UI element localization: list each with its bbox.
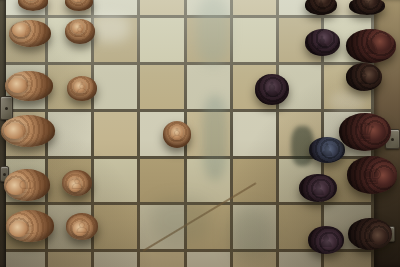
piece-black-queen-d8[interactable]: ♛ — [339, 113, 391, 151]
piece-top-knob — [322, 144, 337, 157]
stain-patch — [150, 198, 212, 242]
piece-white-bishop-f1[interactable]: ♗ — [6, 210, 54, 242]
square-g7[interactable] — [279, 252, 321, 267]
piece-white-queen-d1[interactable]: ♕ — [1, 115, 55, 147]
piece-top-knob — [6, 179, 25, 195]
piece-top-knob — [171, 126, 183, 140]
chessboard-overhead-photo: ♖♙♘♙♗♙♕♙♔♙♗♙♟♜♟♞♟♝♟♛♟♚♟♝ — [0, 0, 400, 267]
piece-top-knob — [362, 0, 377, 6]
piece-top-knob — [313, 183, 329, 197]
piece-black-pawn-d7[interactable]: ♟ — [309, 137, 345, 163]
piece-white-pawn-e2[interactable]: ♙ — [62, 170, 92, 196]
square-a4[interactable] — [140, 0, 184, 15]
square-g2[interactable] — [48, 252, 91, 267]
piece-top-knob — [4, 123, 27, 139]
piece-black-pawn-b7[interactable]: ♟ — [305, 29, 340, 56]
square-g1[interactable] — [0, 252, 45, 267]
piece-white-king-e1[interactable]: ♔ — [4, 169, 50, 201]
square-a6[interactable] — [233, 0, 276, 15]
piece-top-knob — [69, 179, 82, 192]
square-d3[interactable] — [94, 112, 137, 156]
piece-white-pawn-f2[interactable]: ♙ — [66, 213, 98, 240]
piece-white-pawn-b2[interactable]: ♙ — [65, 19, 95, 44]
piece-top-knob — [8, 78, 28, 93]
square-d6[interactable] — [233, 112, 276, 156]
square-e4[interactable] — [140, 159, 184, 202]
square-b4[interactable] — [140, 18, 184, 62]
piece-black-pawn-e7[interactable]: ♟ — [299, 174, 337, 202]
piece-top-knob — [371, 35, 392, 52]
square-a3[interactable] — [94, 0, 137, 15]
square-e3[interactable] — [94, 159, 137, 202]
piece-white-bishop-c1[interactable]: ♗ — [5, 71, 53, 101]
piece-top-knob — [321, 236, 336, 250]
piece-top-knob — [362, 69, 377, 83]
piece-top-knob — [73, 222, 86, 236]
piece-black-pawn-c6[interactable]: ♟ — [255, 74, 289, 105]
stain-patch — [196, 0, 230, 65]
square-f3[interactable] — [94, 205, 137, 249]
stain-patch — [202, 95, 228, 180]
stain-patch — [330, 92, 364, 112]
square-g5[interactable] — [187, 252, 230, 267]
square-c3[interactable] — [94, 65, 137, 109]
piece-top-knob — [266, 80, 280, 96]
piece-top-knob — [12, 23, 30, 37]
piece-white-pawn-d4[interactable]: ♙ — [163, 121, 191, 148]
stain-patch — [228, 208, 272, 260]
piece-top-knob — [364, 123, 386, 142]
square-g4[interactable] — [140, 252, 184, 267]
square-c4[interactable] — [140, 65, 184, 109]
piece-top-knob — [370, 229, 388, 245]
piece-top-knob — [374, 168, 395, 187]
piece-white-knight-b1[interactable]: ♘ — [9, 20, 51, 47]
piece-black-pawn-f7[interactable]: ♟ — [308, 226, 344, 254]
piece-top-knob — [318, 32, 333, 46]
stain-patch — [90, 14, 130, 42]
piece-black-knight-b8[interactable]: ♞ — [346, 29, 396, 63]
piece-white-pawn-c2[interactable]: ♙ — [67, 76, 97, 101]
square-g8[interactable] — [324, 252, 371, 267]
square-e6[interactable] — [233, 159, 276, 202]
left-hinge-icon — [0, 96, 13, 120]
piece-black-bishop-c8[interactable]: ♝ — [346, 63, 382, 91]
piece-black-king-e8[interactable]: ♚ — [347, 156, 397, 194]
piece-black-bishop-f8[interactable]: ♝ — [348, 218, 392, 250]
square-b6[interactable] — [233, 18, 276, 62]
piece-top-knob — [9, 221, 29, 237]
square-g3[interactable] — [94, 252, 137, 267]
